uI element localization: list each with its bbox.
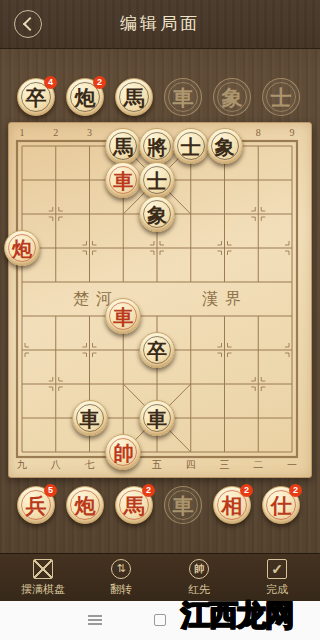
watermark: 江西龙网 [181,596,293,636]
file-label-top: 8 [256,127,261,138]
fill-board-button[interactable]: 摆满棋盘 [12,554,74,601]
board-piece-red[interactable]: 炮 [4,230,40,266]
tray-piece-red[interactable]: 兵5 [17,486,55,524]
piece-glyph: 士 [174,129,208,163]
file-label-bottom: 三 [220,458,230,472]
file-label-top: 9 [290,127,295,138]
tray-piece-black: 士 [262,78,300,116]
river-label-right: 漢界 [185,289,265,310]
tray-piece-red[interactable]: 仕2 [262,486,300,524]
xiangqi-board[interactable]: 123456789 九八七六五四三二一 楚河 漢界 馬將士象車士象炮車卒車車帥 [8,122,312,478]
piece-glyph: 車 [106,299,140,333]
piece-glyph: 士 [140,163,174,197]
piece-glyph: 車 [73,401,107,435]
tray-piece-black[interactable]: 馬 [115,78,153,116]
board-piece-red[interactable]: 帥 [105,434,141,470]
piece-glyph: 車 [165,79,201,115]
done-button[interactable]: ✓ 完成 [246,554,308,601]
piece-glyph: 將 [140,129,174,163]
piece-glyph: 車 [140,401,174,435]
watermark-char: 网 [265,599,293,631]
file-label-bottom: 九 [17,458,27,472]
piece-count-badge: 2 [240,484,253,497]
board-piece-black[interactable]: 將 [139,128,175,164]
file-label-bottom: 二 [253,458,263,472]
watermark-char: 龙 [237,599,265,631]
piece-count-badge: 2 [289,484,302,497]
piece-glyph: 士 [263,79,299,115]
file-label-bottom: 八 [51,458,61,472]
board-piece-black[interactable]: 士 [173,128,209,164]
piece-glyph: 炮 [67,487,103,523]
piece-glyph: 馬 [116,79,152,115]
file-label-top: 1 [20,127,25,138]
file-label-top: 3 [87,127,92,138]
piece-count-badge: 4 [44,76,57,89]
piece-glyph: 卒 [140,333,174,367]
tray-piece-black[interactable]: 炮2 [66,78,104,116]
piece-glyph: 炮 [5,231,39,265]
board-piece-red[interactable]: 車 [105,298,141,334]
tray-piece-red[interactable]: 相2 [213,486,251,524]
fill-board-icon [33,559,53,579]
piece-glyph: 象 [208,129,242,163]
tray-piece-black: 車 [164,78,202,116]
tray-piece-red[interactable]: 炮 [66,486,104,524]
board-piece-black[interactable]: 象 [139,196,175,232]
board-piece-black[interactable]: 車 [139,400,175,436]
piece-glyph: 帥 [106,435,140,469]
piece-glyph: 車 [106,163,140,197]
file-label-bottom: 四 [186,458,196,472]
toolbar: 摆满棋盘 ⇅ 翻转 帥 红先 ✓ 完成 [0,553,320,601]
tray-piece-black: 象 [213,78,251,116]
piece-glyph: 象 [140,197,174,231]
file-label-bottom: 七 [85,458,95,472]
top-bar: 编辑局面 [0,0,320,49]
page-title: 编辑局面 [0,0,320,48]
piece-count-badge: 2 [93,76,106,89]
flip-icon: ⇅ [111,559,131,579]
screen: 编辑局面 卒4炮2馬車象士 123456789 九八七六五四三二一 楚河 漢界 … [0,0,320,640]
tray-piece-black[interactable]: 卒4 [17,78,55,116]
red-first-button[interactable]: 帥 红先 [168,554,230,601]
piece-glyph: 象 [214,79,250,115]
piece-glyph: 車 [165,487,201,523]
board-piece-black[interactable]: 卒 [139,332,175,368]
file-label-bottom: 一 [287,458,297,472]
piece-count-badge: 2 [142,484,155,497]
file-label-top: 2 [53,127,58,138]
board-piece-black[interactable]: 車 [72,400,108,436]
red-first-icon: 帥 [189,559,209,579]
watermark-char: 江 [181,599,209,631]
watermark-char: 西 [209,599,237,631]
board-piece-black[interactable]: 士 [139,162,175,198]
tray-piece-red: 車 [164,486,202,524]
piece-glyph: 馬 [106,129,140,163]
flip-button[interactable]: ⇅ 翻转 [90,554,152,601]
board-piece-black[interactable]: 象 [207,128,243,164]
done-icon: ✓ [267,559,287,579]
piece-count-badge: 5 [44,484,57,497]
tray-piece-red[interactable]: 馬2 [115,486,153,524]
menu-icon[interactable] [88,615,102,617]
board-piece-black[interactable]: 馬 [105,128,141,164]
file-label-bottom: 五 [152,458,162,472]
recents-icon[interactable] [154,614,166,626]
board-piece-red[interactable]: 車 [105,162,141,198]
